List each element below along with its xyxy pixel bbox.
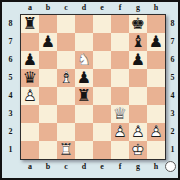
square-c1[interactable]: ♜♖	[57, 141, 75, 159]
rank-label-5: 5	[167, 69, 178, 87]
piece-white-rook[interactable]: ♜♖	[57, 141, 75, 159]
piece-glyph: ♟	[75, 69, 93, 87]
square-a1[interactable]	[21, 141, 39, 159]
square-g4[interactable]	[129, 87, 147, 105]
square-f8[interactable]	[111, 15, 129, 33]
piece-glyph: ♚	[129, 15, 147, 33]
square-c5[interactable]: ♝♗	[57, 69, 75, 87]
file-label-g: g	[129, 3, 147, 13]
square-h2[interactable]: ♟♙	[147, 123, 165, 141]
square-b4[interactable]	[39, 87, 57, 105]
square-b8[interactable]	[39, 15, 57, 33]
square-d8[interactable]	[75, 15, 93, 33]
square-g5[interactable]	[129, 69, 147, 87]
square-h7[interactable]: ♟	[147, 33, 165, 51]
rank-labels-right: 87654321	[167, 15, 178, 159]
piece-black-pawn[interactable]: ♟	[129, 51, 147, 69]
square-b2[interactable]	[39, 123, 57, 141]
square-f2[interactable]: ♟♙	[111, 123, 129, 141]
square-b1[interactable]	[39, 141, 57, 159]
file-label-e: e	[93, 3, 111, 13]
square-g1[interactable]: ♚♔	[129, 141, 147, 159]
square-e5[interactable]	[93, 69, 111, 87]
piece-white-pawn[interactable]: ♟♙	[21, 87, 39, 105]
piece-white-pawn[interactable]: ♟♙	[111, 123, 129, 141]
piece-glyph-outline: ♙	[21, 87, 39, 105]
rank-label-4: 4	[5, 87, 16, 105]
piece-glyph-outline: ♖	[57, 141, 75, 159]
file-label-b: b	[39, 162, 57, 172]
piece-glyph-outline: ♕	[111, 105, 129, 123]
file-label-d: d	[75, 162, 93, 172]
piece-glyph-outline: ♙	[147, 123, 165, 141]
piece-white-knight[interactable]: ♞♘	[75, 51, 93, 69]
square-g6[interactable]: ♟	[129, 51, 147, 69]
file-label-a: a	[21, 162, 39, 172]
square-d4[interactable]: ♜	[75, 87, 93, 105]
square-h3[interactable]	[147, 105, 165, 123]
square-c3[interactable]	[57, 105, 75, 123]
rank-label-3: 3	[5, 105, 16, 123]
square-f6[interactable]	[111, 51, 129, 69]
file-label-a: a	[21, 3, 39, 13]
square-a4[interactable]: ♟♙	[21, 87, 39, 105]
square-c2[interactable]	[57, 123, 75, 141]
square-f3[interactable]: ♛♕	[111, 105, 129, 123]
square-a7[interactable]	[21, 33, 39, 51]
square-f4[interactable]	[111, 87, 129, 105]
file-label-b: b	[39, 3, 57, 13]
square-d5[interactable]: ♟	[75, 69, 93, 87]
square-d6[interactable]: ♞♘	[75, 51, 93, 69]
piece-black-pawn[interactable]: ♟	[21, 51, 39, 69]
square-e1[interactable]	[93, 141, 111, 159]
piece-black-bishop[interactable]: ♝	[129, 33, 147, 51]
square-h4[interactable]	[147, 87, 165, 105]
square-c6[interactable]	[57, 51, 75, 69]
file-label-e: e	[93, 162, 111, 172]
piece-glyph: ♟	[21, 51, 39, 69]
square-h5[interactable]	[147, 69, 165, 87]
square-g3[interactable]	[129, 105, 147, 123]
square-e8[interactable]	[93, 15, 111, 33]
file-label-d: d	[75, 3, 93, 13]
square-b6[interactable]	[39, 51, 57, 69]
file-labels-top: abcdefgh	[21, 3, 165, 13]
rank-label-4: 4	[167, 87, 178, 105]
square-d3[interactable]	[75, 105, 93, 123]
piece-glyph: ♜	[21, 15, 39, 33]
square-d1[interactable]	[75, 141, 93, 159]
rank-label-7: 7	[5, 33, 16, 51]
piece-black-pawn[interactable]: ♟	[39, 33, 57, 51]
square-a2[interactable]	[21, 123, 39, 141]
file-label-h: h	[147, 3, 165, 13]
piece-black-rook[interactable]: ♜	[75, 87, 93, 105]
square-a3[interactable]	[21, 105, 39, 123]
piece-white-bishop[interactable]: ♝♗	[57, 69, 75, 87]
square-d2[interactable]	[75, 123, 93, 141]
piece-glyph-outline: ♗	[57, 69, 75, 87]
piece-white-pawn[interactable]: ♟♙	[129, 123, 147, 141]
piece-black-queen[interactable]: ♛	[21, 69, 39, 87]
square-e4[interactable]	[93, 87, 111, 105]
square-b5[interactable]	[39, 69, 57, 87]
piece-glyph: ♛	[21, 69, 39, 87]
chess-board: ♜♚♟♝♟♟♞♘♟♛♝♗♟♟♙♜♛♕♟♙♟♙♟♙♜♖♚♔	[20, 14, 166, 160]
rank-label-6: 6	[167, 51, 178, 69]
square-b7[interactable]: ♟	[39, 33, 57, 51]
piece-glyph-outline: ♘	[75, 51, 93, 69]
rank-label-2: 2	[167, 123, 178, 141]
square-e2[interactable]	[93, 123, 111, 141]
square-e7[interactable]	[93, 33, 111, 51]
square-d7[interactable]	[75, 33, 93, 51]
square-f5[interactable]	[111, 69, 129, 87]
file-label-c: c	[57, 3, 75, 13]
piece-glyph-outline: ♔	[129, 141, 147, 159]
rank-label-3: 3	[167, 105, 178, 123]
rank-label-5: 5	[5, 69, 16, 87]
piece-black-rook[interactable]: ♜	[21, 15, 39, 33]
square-g2[interactable]: ♟♙	[129, 123, 147, 141]
piece-glyph: ♟	[129, 51, 147, 69]
chess-puzzle-screenshot: abcdefgh 87654321 ♜♚♟♝♟♟♞♘♟♛♝♗♟♟♙♜♛♕♟♙♟♙…	[0, 0, 180, 180]
rank-label-1: 1	[167, 141, 178, 159]
square-h6[interactable]	[147, 51, 165, 69]
piece-glyph-outline: ♙	[111, 123, 129, 141]
piece-white-king[interactable]: ♚♔	[129, 141, 147, 159]
rank-labels-left: 87654321	[5, 15, 16, 159]
square-c8[interactable]	[57, 15, 75, 33]
square-e3[interactable]	[93, 105, 111, 123]
file-label-h: h	[147, 162, 165, 172]
piece-black-king[interactable]: ♚	[129, 15, 147, 33]
file-label-f: f	[111, 162, 129, 172]
piece-glyph: ♜	[75, 87, 93, 105]
rank-label-8: 8	[5, 15, 16, 33]
square-h8[interactable]	[147, 15, 165, 33]
piece-glyph-outline: ♙	[129, 123, 147, 141]
rank-label-7: 7	[167, 33, 178, 51]
square-f1[interactable]	[111, 141, 129, 159]
piece-white-pawn[interactable]: ♟♙	[147, 123, 165, 141]
file-label-g: g	[129, 162, 147, 172]
piece-white-queen[interactable]: ♛♕	[111, 105, 129, 123]
square-a8[interactable]: ♜	[21, 15, 39, 33]
square-e6[interactable]	[93, 51, 111, 69]
file-label-f: f	[111, 3, 129, 13]
rank-label-2: 2	[5, 123, 16, 141]
piece-black-pawn[interactable]: ♟	[147, 33, 165, 51]
rank-label-6: 6	[5, 51, 16, 69]
white-to-move-indicator	[165, 161, 176, 172]
square-g7[interactable]: ♝	[129, 33, 147, 51]
file-label-c: c	[57, 162, 75, 172]
piece-glyph: ♟	[147, 33, 165, 51]
square-c4[interactable]	[57, 87, 75, 105]
rank-label-1: 1	[5, 141, 16, 159]
square-a5[interactable]: ♛	[21, 69, 39, 87]
square-c7[interactable]	[57, 33, 75, 51]
piece-black-pawn[interactable]: ♟	[75, 69, 93, 87]
rank-label-8: 8	[167, 15, 178, 33]
square-f7[interactable]	[111, 33, 129, 51]
piece-glyph: ♝	[129, 33, 147, 51]
file-labels-bottom: abcdefgh	[21, 162, 165, 172]
square-g8[interactable]: ♚	[129, 15, 147, 33]
square-h1[interactable]	[147, 141, 165, 159]
piece-glyph: ♟	[39, 33, 57, 51]
square-a6[interactable]: ♟	[21, 51, 39, 69]
square-b3[interactable]	[39, 105, 57, 123]
